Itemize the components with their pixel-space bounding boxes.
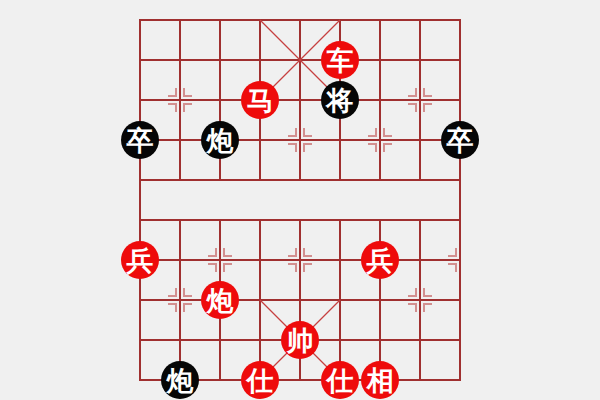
piece-red-soldier-a[interactable]: 兵 [121,241,159,279]
piece-black-soldier-a[interactable]: 卒 [121,121,159,159]
piece-black-general[interactable]: 将 [321,81,359,119]
piece-black-soldier-b[interactable]: 卒 [441,121,479,159]
piece-red-elephant[interactable]: 相 [361,361,399,399]
pieces-layer: 车马将卒炮卒兵兵炮帅炮仕仕相 [120,0,480,400]
piece-red-cannon[interactable]: 炮 [201,281,239,319]
piece-red-soldier-b[interactable]: 兵 [361,241,399,279]
piece-black-cannon-a[interactable]: 炮 [201,121,239,159]
piece-black-cannon-b[interactable]: 炮 [161,361,199,399]
piece-red-general[interactable]: 帅 [281,321,319,359]
piece-red-chariot[interactable]: 车 [321,41,359,79]
piece-red-horse[interactable]: 马 [241,81,279,119]
piece-red-advisor-b[interactable]: 仕 [321,361,359,399]
xiangqi-board: 车马将卒炮卒兵兵炮帅炮仕仕相 [0,0,600,400]
piece-red-advisor-a[interactable]: 仕 [241,361,279,399]
